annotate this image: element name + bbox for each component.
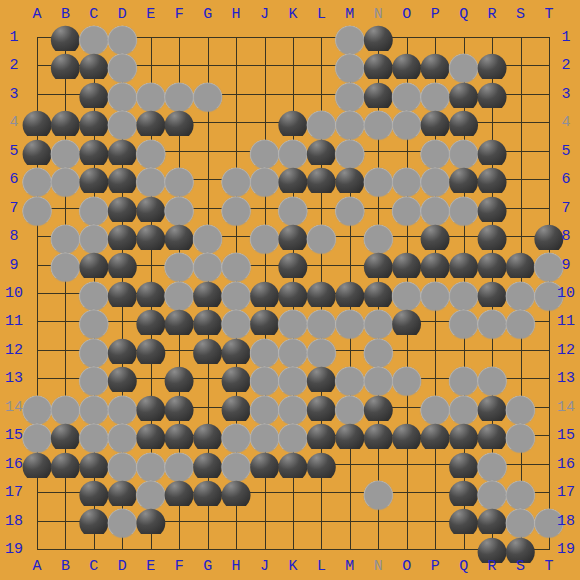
- point-B6[interactable]: ●: [51, 165, 79, 193]
- point-A19[interactable]: [23, 535, 51, 563]
- white-stone-D18: ●: [108, 506, 136, 534]
- white-stone-B6: ●: [51, 165, 79, 193]
- point-P10[interactable]: ●: [421, 279, 449, 307]
- point-S19[interactable]: ●: [506, 535, 534, 563]
- point-A9[interactable]: [23, 250, 51, 278]
- point-M15[interactable]: ●: [336, 421, 364, 449]
- point-S1[interactable]: [506, 23, 534, 51]
- white-stone-O13: ●: [392, 364, 420, 392]
- point-K18[interactable]: [279, 506, 307, 534]
- black-stone-E12: ●: [137, 336, 165, 364]
- black-stone-C18: ●: [80, 506, 108, 534]
- point-K1[interactable]: [279, 23, 307, 51]
- row-label-left-19: 19: [5, 541, 23, 556]
- point-R19[interactable]: ●: [478, 535, 506, 563]
- col-label-top-J: J: [260, 7, 269, 22]
- point-B17[interactable]: [51, 478, 79, 506]
- points-layer: ●●●●●●●●●●●●●●●●●●●●●●●●●●●●●●●●●●●●●●●●…: [23, 23, 563, 563]
- col-label-top-A: A: [32, 7, 41, 22]
- row-label-left-13: 13: [5, 371, 23, 386]
- point-H7[interactable]: ●: [222, 193, 250, 221]
- col-label-top-F: F: [175, 7, 184, 22]
- point-S11[interactable]: ●: [506, 307, 534, 335]
- black-stone-E8: ●: [137, 222, 165, 250]
- point-J1[interactable]: [250, 23, 278, 51]
- point-F18[interactable]: [165, 506, 193, 534]
- white-stone-S11: ●: [506, 307, 534, 335]
- point-M18[interactable]: [336, 506, 364, 534]
- point-M7[interactable]: ●: [336, 193, 364, 221]
- black-stone-F17: ●: [165, 478, 193, 506]
- point-T18[interactable]: ●: [535, 506, 563, 534]
- point-C19[interactable]: [80, 535, 108, 563]
- black-stone-S19: ●: [506, 535, 534, 563]
- black-stone-O15: ●: [392, 421, 420, 449]
- point-M8[interactable]: [336, 222, 364, 250]
- point-B9[interactable]: ●: [51, 250, 79, 278]
- point-A8[interactable]: [23, 222, 51, 250]
- point-B11[interactable]: [51, 307, 79, 335]
- point-O17[interactable]: [392, 478, 420, 506]
- black-stone-F4: ●: [165, 108, 193, 136]
- point-G12[interactable]: ●: [193, 336, 221, 364]
- point-S3[interactable]: [506, 80, 534, 108]
- point-R3[interactable]: ●: [478, 80, 506, 108]
- point-K2[interactable]: [279, 51, 307, 79]
- point-F19[interactable]: [165, 535, 193, 563]
- white-stone-M11: ●: [336, 307, 364, 335]
- black-stone-P15: ●: [421, 421, 449, 449]
- point-N15[interactable]: ●: [364, 421, 392, 449]
- col-label-top-Q: Q: [459, 7, 468, 22]
- point-D18[interactable]: ●: [108, 506, 136, 534]
- point-O4[interactable]: ●: [392, 108, 420, 136]
- point-O13[interactable]: ●: [392, 364, 420, 392]
- point-E19[interactable]: [137, 535, 165, 563]
- point-Q7[interactable]: ●: [449, 193, 477, 221]
- white-stone-T18: ●: [535, 506, 563, 534]
- point-E18[interactable]: ●: [137, 506, 165, 534]
- point-M17[interactable]: [336, 478, 364, 506]
- point-O19[interactable]: [392, 535, 420, 563]
- white-stone-J8: ●: [250, 222, 278, 250]
- point-G6[interactable]: [193, 165, 221, 193]
- row-label-left-4: 4: [9, 115, 18, 130]
- white-stone-L8: ●: [307, 222, 335, 250]
- point-P11[interactable]: [421, 307, 449, 335]
- white-stone-Q11: ●: [449, 307, 477, 335]
- row-label-left-7: 7: [9, 200, 18, 215]
- point-L8[interactable]: ●: [307, 222, 335, 250]
- go-board: ●●●●●●●●●●●●●●●●●●●●●●●●●●●●●●●●●●●●●●●●…: [0, 0, 580, 580]
- point-K16[interactable]: ●: [279, 449, 307, 477]
- point-J3[interactable]: [250, 80, 278, 108]
- point-T1[interactable]: [535, 23, 563, 51]
- col-label-top-P: P: [431, 7, 440, 22]
- point-T5[interactable]: [535, 137, 563, 165]
- black-stone-B16: ●: [51, 449, 79, 477]
- black-stone-G12: ●: [193, 336, 221, 364]
- black-stone-A16: ●: [23, 449, 51, 477]
- point-G17[interactable]: ●: [193, 478, 221, 506]
- point-A12[interactable]: [23, 336, 51, 364]
- row-label-left-8: 8: [9, 229, 18, 244]
- point-L18[interactable]: [307, 506, 335, 534]
- black-stone-H17: ●: [222, 478, 250, 506]
- point-T10[interactable]: ●: [535, 279, 563, 307]
- point-J8[interactable]: ●: [250, 222, 278, 250]
- col-label-top-G: G: [203, 7, 212, 22]
- row-label-left-5: 5: [9, 143, 18, 158]
- point-P15[interactable]: ●: [421, 421, 449, 449]
- col-label-top-T: T: [544, 7, 553, 22]
- row-label-left-12: 12: [5, 342, 23, 357]
- point-H2[interactable]: [222, 51, 250, 79]
- black-stone-M15: ●: [336, 421, 364, 449]
- point-T2[interactable]: [535, 51, 563, 79]
- point-G18[interactable]: [193, 506, 221, 534]
- point-F11[interactable]: ●: [165, 307, 193, 335]
- black-stone-L6: ●: [307, 165, 335, 193]
- point-O15[interactable]: ●: [392, 421, 420, 449]
- point-L1[interactable]: [307, 23, 335, 51]
- point-L17[interactable]: [307, 478, 335, 506]
- point-B10[interactable]: [51, 279, 79, 307]
- point-S15[interactable]: ●: [506, 421, 534, 449]
- white-stone-Q7: ●: [449, 193, 477, 221]
- white-stone-P10: ●: [421, 279, 449, 307]
- point-L6[interactable]: ●: [307, 165, 335, 193]
- point-B16[interactable]: ●: [51, 449, 79, 477]
- point-M16[interactable]: [336, 449, 364, 477]
- point-S2[interactable]: [506, 51, 534, 79]
- point-A7[interactable]: ●: [23, 193, 51, 221]
- point-M19[interactable]: [336, 535, 364, 563]
- point-R11[interactable]: ●: [478, 307, 506, 335]
- white-stone-N6: ●: [364, 165, 392, 193]
- point-G4[interactable]: [193, 108, 221, 136]
- black-stone-O11: ●: [392, 307, 420, 335]
- point-O11[interactable]: ●: [392, 307, 420, 335]
- point-P12[interactable]: [421, 336, 449, 364]
- white-stone-H7: ●: [222, 193, 250, 221]
- col-label-top-S: S: [516, 7, 525, 22]
- point-B18[interactable]: [51, 506, 79, 534]
- point-S12[interactable]: [506, 336, 534, 364]
- white-stone-G3: ●: [193, 80, 221, 108]
- point-A2[interactable]: [23, 51, 51, 79]
- point-J16[interactable]: ●: [250, 449, 278, 477]
- point-E1[interactable]: [137, 23, 165, 51]
- point-H3[interactable]: [222, 80, 250, 108]
- white-stone-N17: ●: [364, 478, 392, 506]
- point-N18[interactable]: [364, 506, 392, 534]
- point-G19[interactable]: [193, 535, 221, 563]
- point-L2[interactable]: [307, 51, 335, 79]
- point-F1[interactable]: [165, 23, 193, 51]
- point-M11[interactable]: ●: [336, 307, 364, 335]
- point-T3[interactable]: [535, 80, 563, 108]
- point-O18[interactable]: [392, 506, 420, 534]
- point-A17[interactable]: [23, 478, 51, 506]
- point-J17[interactable]: [250, 478, 278, 506]
- black-stone-Q18: ●: [449, 506, 477, 534]
- row-label-left-11: 11: [5, 314, 23, 329]
- point-A18[interactable]: [23, 506, 51, 534]
- row-label-left-6: 6: [9, 172, 18, 187]
- black-stone-R19: ●: [478, 535, 506, 563]
- point-T12[interactable]: [535, 336, 563, 364]
- point-L19[interactable]: [307, 535, 335, 563]
- point-P19[interactable]: [421, 535, 449, 563]
- col-label-top-O: O: [402, 7, 411, 22]
- row-label-left-1: 1: [9, 30, 18, 45]
- point-O16[interactable]: [392, 449, 420, 477]
- point-H18[interactable]: [222, 506, 250, 534]
- col-label-top-K: K: [288, 7, 297, 22]
- point-Q11[interactable]: ●: [449, 307, 477, 335]
- row-label-left-18: 18: [5, 513, 23, 528]
- point-J2[interactable]: [250, 51, 278, 79]
- col-label-top-E: E: [146, 7, 155, 22]
- point-Q18[interactable]: ●: [449, 506, 477, 534]
- point-B19[interactable]: [51, 535, 79, 563]
- point-E8[interactable]: ●: [137, 222, 165, 250]
- point-D19[interactable]: [108, 535, 136, 563]
- point-N4[interactable]: ●: [364, 108, 392, 136]
- white-stone-O4: ●: [392, 108, 420, 136]
- point-O7[interactable]: ●: [392, 193, 420, 221]
- row-label-left-3: 3: [9, 86, 18, 101]
- white-stone-B9: ●: [51, 250, 79, 278]
- point-P18[interactable]: [421, 506, 449, 534]
- point-A1[interactable]: [23, 23, 51, 51]
- point-J6[interactable]: ●: [250, 165, 278, 193]
- black-stone-D10: ●: [108, 279, 136, 307]
- point-H17[interactable]: ●: [222, 478, 250, 506]
- point-N17[interactable]: ●: [364, 478, 392, 506]
- point-F17[interactable]: ●: [165, 478, 193, 506]
- point-T4[interactable]: [535, 108, 563, 136]
- point-S4[interactable]: [506, 108, 534, 136]
- col-label-top-R: R: [488, 7, 497, 22]
- point-A16[interactable]: ●: [23, 449, 51, 477]
- point-B2[interactable]: ●: [51, 51, 79, 79]
- point-T13[interactable]: [535, 364, 563, 392]
- point-J18[interactable]: [250, 506, 278, 534]
- white-stone-O7: ●: [392, 193, 420, 221]
- point-H19[interactable]: [222, 535, 250, 563]
- white-stone-R11: ●: [478, 307, 506, 335]
- point-T11[interactable]: [535, 307, 563, 335]
- white-stone-S15: ●: [506, 421, 534, 449]
- point-G1[interactable]: [193, 23, 221, 51]
- col-label-top-H: H: [232, 7, 241, 22]
- black-stone-E18: ●: [137, 506, 165, 534]
- point-G5[interactable]: [193, 137, 221, 165]
- point-S6[interactable]: [506, 165, 534, 193]
- black-stone-F11: ●: [165, 307, 193, 335]
- row-label-left-9: 9: [9, 257, 18, 272]
- point-T6[interactable]: [535, 165, 563, 193]
- point-T14[interactable]: [535, 392, 563, 420]
- col-label-top-L: L: [317, 7, 326, 22]
- black-stone-L16: ●: [307, 449, 335, 477]
- point-F4[interactable]: ●: [165, 108, 193, 136]
- point-A10[interactable]: [23, 279, 51, 307]
- black-stone-B2: ●: [51, 51, 79, 79]
- row-label-left-17: 17: [5, 485, 23, 500]
- point-N6[interactable]: ●: [364, 165, 392, 193]
- white-stone-A7: ●: [23, 193, 51, 221]
- point-D10[interactable]: ●: [108, 279, 136, 307]
- black-stone-R3: ●: [478, 80, 506, 108]
- point-Q19[interactable]: [449, 535, 477, 563]
- point-T16[interactable]: [535, 449, 563, 477]
- point-S5[interactable]: [506, 137, 534, 165]
- black-stone-K16: ●: [279, 449, 307, 477]
- black-stone-G17: ●: [193, 478, 221, 506]
- black-stone-J16: ●: [250, 449, 278, 477]
- row-label-left-10: 10: [5, 285, 23, 300]
- point-T19[interactable]: [535, 535, 563, 563]
- point-E12[interactable]: ●: [137, 336, 165, 364]
- point-N19[interactable]: [364, 535, 392, 563]
- point-H4[interactable]: [222, 108, 250, 136]
- point-L16[interactable]: ●: [307, 449, 335, 477]
- point-P17[interactable]: [421, 478, 449, 506]
- black-stone-N15: ●: [364, 421, 392, 449]
- point-G3[interactable]: ●: [193, 80, 221, 108]
- white-stone-T10: ●: [535, 279, 563, 307]
- point-P16[interactable]: [421, 449, 449, 477]
- point-A11[interactable]: [23, 307, 51, 335]
- point-H1[interactable]: [222, 23, 250, 51]
- point-K17[interactable]: [279, 478, 307, 506]
- white-stone-N4: ●: [364, 108, 392, 136]
- point-G13[interactable]: [193, 364, 221, 392]
- point-J19[interactable]: [250, 535, 278, 563]
- row-label-left-2: 2: [9, 58, 18, 73]
- point-K19[interactable]: [279, 535, 307, 563]
- white-stone-J6: ●: [250, 165, 278, 193]
- point-C18[interactable]: ●: [80, 506, 108, 534]
- point-S7[interactable]: [506, 193, 534, 221]
- point-B12[interactable]: [51, 336, 79, 364]
- point-T15[interactable]: [535, 421, 563, 449]
- white-stone-M7: ●: [336, 193, 364, 221]
